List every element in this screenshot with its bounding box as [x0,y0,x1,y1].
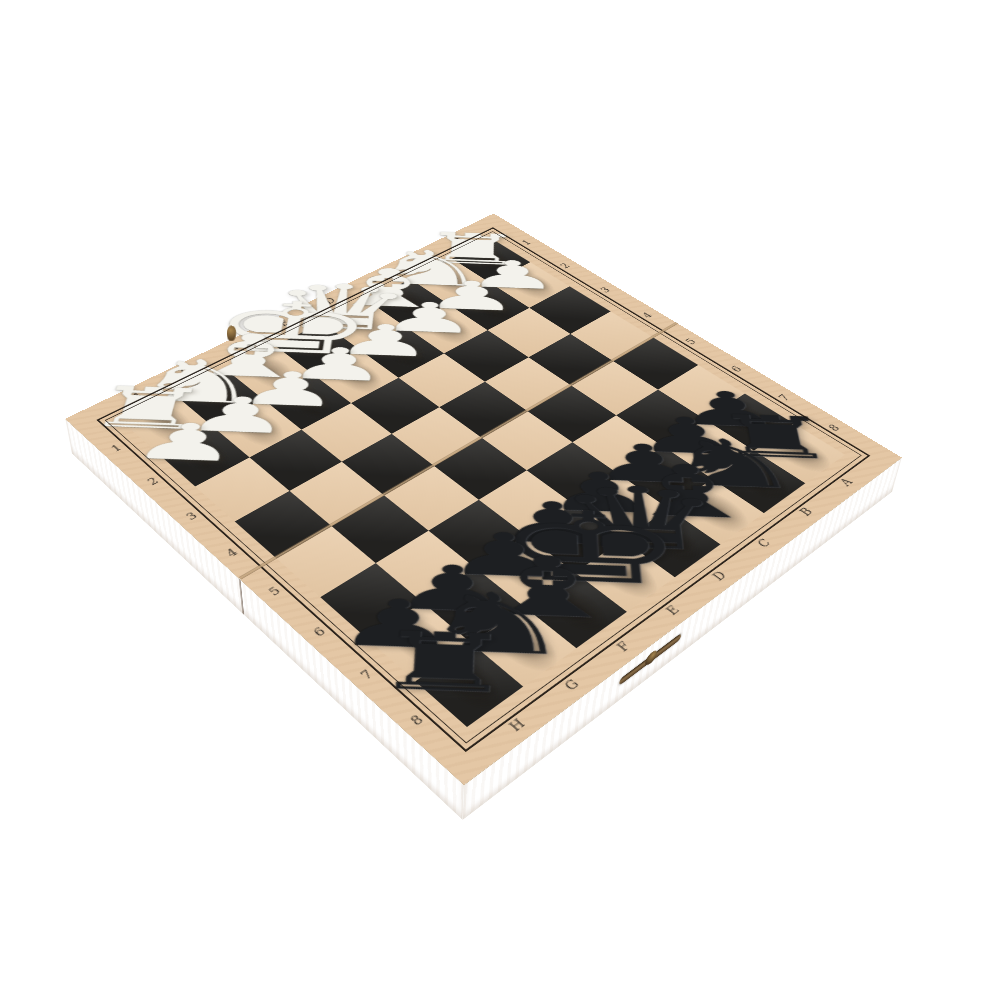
product-photo-scene: 1122334455667788AABBCCDDEEFFGGHH ♜♟♞♟♝♟♛… [0,0,1000,1000]
chess-board[interactable]: 1122334455667788AABBCCDDEEFFGGHH ♜♟♞♟♝♟♛… [65,214,901,785]
box-fold-seam [239,578,245,615]
